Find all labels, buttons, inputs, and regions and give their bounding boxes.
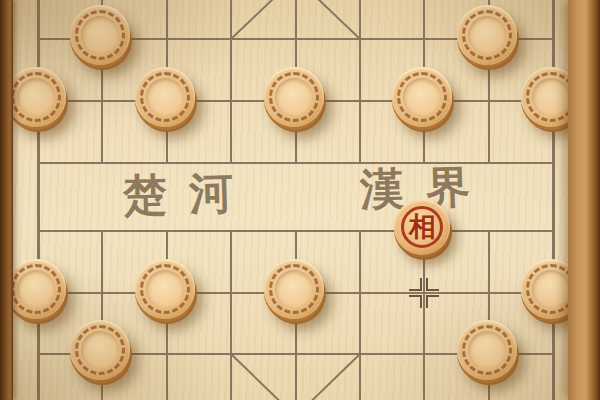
piece-blank-face — [532, 270, 570, 308]
piece-blank-face — [532, 78, 570, 116]
river-text-chu-he: 楚河 — [122, 170, 255, 217]
revealed-piece-ring: 相 — [401, 206, 443, 248]
board-frame-right — [568, 0, 600, 400]
marker-bracket-tr — [426, 278, 439, 291]
piece-blank-face — [17, 270, 55, 308]
piece-blank-face — [468, 331, 506, 369]
piece-blank-face — [81, 331, 119, 369]
piece-blank-face — [275, 270, 313, 308]
hidden-piece[interactable] — [457, 320, 517, 380]
grid-line-file-9 — [552, 0, 555, 400]
piece-blank-face — [403, 78, 441, 116]
grid-line-file-4-upper — [230, 0, 232, 163]
piece-blank-face — [81, 16, 119, 54]
hidden-piece[interactable] — [6, 67, 66, 127]
marker-bracket-tl — [409, 278, 422, 291]
last-move-origin-marker — [409, 278, 439, 308]
palace-diagonal-bottom-right — [292, 353, 361, 400]
marker-bracket-bl — [409, 295, 422, 308]
palace-diagonal-top-left — [230, 0, 299, 40]
marker-bracket-br — [426, 295, 439, 308]
revealed-piece-xiang[interactable]: 相 — [394, 199, 450, 255]
xiangqi-board[interactable]: 楚河 漢界 相 — [0, 0, 600, 400]
hidden-piece[interactable] — [6, 259, 66, 319]
hidden-piece[interactable] — [392, 67, 452, 127]
grid-line-file-4-lower — [230, 231, 232, 400]
hidden-piece[interactable] — [70, 5, 130, 65]
board-frame-left — [0, 0, 13, 400]
piece-blank-face — [468, 16, 506, 54]
grid-line-file-1 — [37, 0, 40, 400]
grid-line-file-6-upper — [359, 0, 361, 163]
palace-diagonal-top-right — [291, 0, 360, 40]
piece-blank-face — [275, 78, 313, 116]
hidden-piece[interactable] — [135, 67, 195, 127]
grid-line-file-7-lower — [423, 231, 425, 400]
piece-blank-face — [146, 270, 184, 308]
grid-line-file-6-lower — [359, 231, 361, 400]
hidden-piece[interactable] — [457, 5, 517, 65]
hidden-piece[interactable] — [264, 67, 324, 127]
palace-diagonal-bottom-left — [230, 353, 299, 400]
piece-blank-face — [17, 78, 55, 116]
hidden-piece[interactable] — [264, 259, 324, 319]
hidden-piece[interactable] — [135, 259, 195, 319]
piece-blank-face — [146, 78, 184, 116]
hidden-piece[interactable] — [70, 320, 130, 380]
xiang-character: 相 — [409, 209, 436, 245]
